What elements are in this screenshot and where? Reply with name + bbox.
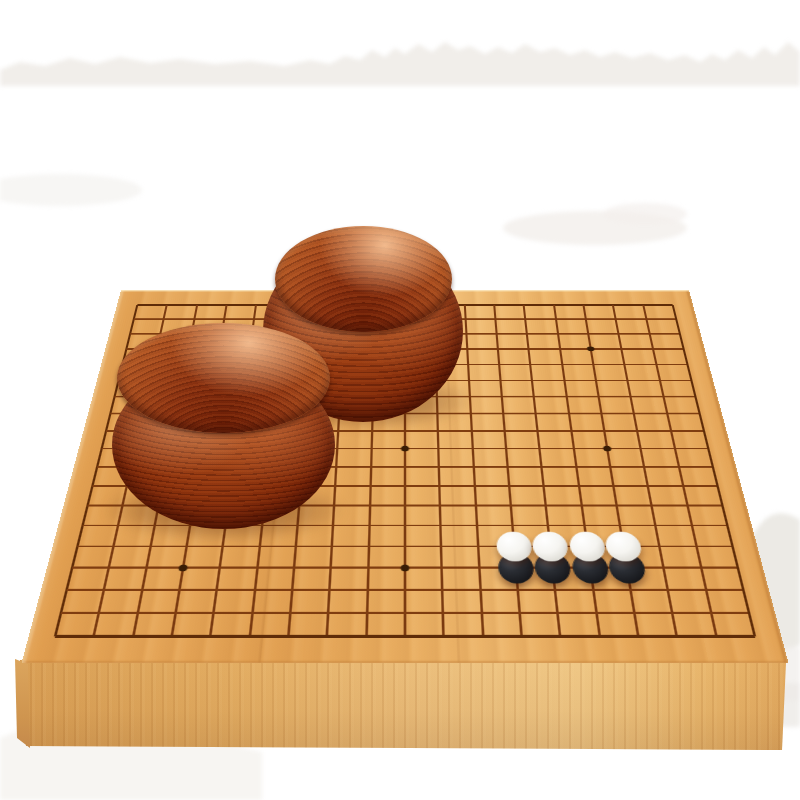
grid-line-vertical — [523, 305, 561, 636]
stone-white[interactable] — [568, 532, 607, 562]
grid-line-vertical — [612, 305, 678, 636]
grid-line-vertical — [464, 305, 484, 636]
grid-line-vertical — [642, 305, 717, 636]
goban-front-face — [8, 648, 800, 760]
stone-white[interactable] — [532, 532, 570, 562]
grid-line-vertical — [553, 305, 601, 636]
grid-line-horizontal — [61, 612, 749, 614]
grid-line-vertical — [671, 305, 756, 636]
product-photo-scene — [0, 0, 800, 800]
star-point — [401, 446, 409, 452]
star-point — [178, 564, 188, 571]
grid-line-horizontal — [55, 635, 755, 638]
star-point — [401, 564, 410, 571]
stone-bowl-back-lid — [275, 226, 452, 332]
star-point — [603, 446, 612, 452]
stone-bowl-front — [112, 323, 335, 529]
stone-white[interactable] — [604, 532, 644, 562]
grid-line-vertical — [493, 305, 522, 636]
star-point — [587, 347, 595, 352]
stone-bowl-front-lid — [117, 323, 330, 433]
grid-line-horizontal — [66, 589, 743, 591]
